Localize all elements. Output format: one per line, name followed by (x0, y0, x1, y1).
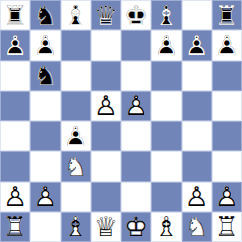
piece-outline-glyph: ♗ (64, 2, 88, 29)
piece-outline-glyph: ♙ (33, 32, 57, 59)
square-c4[interactable]: ♟♙ (61, 121, 91, 151)
square-e1[interactable]: ♚♔ (121, 212, 151, 242)
piece-white-rook[interactable]: ♜♖ (0, 212, 30, 242)
square-d8[interactable]: ♛♕ (91, 0, 121, 30)
square-h6[interactable] (212, 61, 242, 91)
square-h7[interactable]: ♟♙ (212, 30, 242, 60)
square-d1[interactable]: ♛♕ (91, 212, 121, 242)
square-g1[interactable]: ♞♘ (182, 212, 212, 242)
piece-outline-glyph: ♔ (124, 2, 148, 29)
square-c7[interactable] (61, 30, 91, 60)
chess-board: ♜♖♞♘♝♗♛♕♚♔♝♗♜♖♟♙♟♙♟♙♟♙♟♙♞♘♟♙♟♙♟♙♞♘♟♙♟♙♟♙… (0, 0, 242, 242)
square-g6[interactable] (182, 61, 212, 91)
piece-black-pawn[interactable]: ♟♙ (0, 30, 30, 60)
square-e6[interactable] (121, 61, 151, 91)
piece-white-pawn[interactable]: ♟♙ (91, 91, 121, 121)
piece-outline-glyph: ♘ (33, 2, 57, 29)
square-a6[interactable] (0, 61, 30, 91)
piece-outline-glyph: ♗ (154, 213, 178, 240)
square-g4[interactable] (182, 121, 212, 151)
piece-white-pawn[interactable]: ♟♙ (182, 182, 212, 212)
square-g8[interactable] (182, 0, 212, 30)
square-c5[interactable] (61, 91, 91, 121)
square-h4[interactable] (212, 121, 242, 151)
square-g7[interactable]: ♟♙ (182, 30, 212, 60)
square-f2[interactable] (151, 182, 181, 212)
square-b5[interactable] (30, 91, 60, 121)
square-e8[interactable]: ♚♔ (121, 0, 151, 30)
piece-outline-glyph: ♖ (215, 2, 239, 29)
piece-outline-glyph: ♘ (185, 213, 209, 240)
square-d4[interactable] (91, 121, 121, 151)
square-e5[interactable]: ♟♙ (121, 91, 151, 121)
piece-black-bishop[interactable]: ♝♗ (151, 0, 181, 30)
piece-outline-glyph: ♗ (64, 213, 88, 240)
piece-outline-glyph: ♖ (3, 2, 27, 29)
piece-outline-glyph: ♖ (3, 213, 27, 240)
square-h3[interactable] (212, 151, 242, 181)
square-g2[interactable]: ♟♙ (182, 182, 212, 212)
piece-black-pawn[interactable]: ♟♙ (212, 30, 242, 60)
piece-black-pawn[interactable]: ♟♙ (61, 121, 91, 151)
square-e4[interactable] (121, 121, 151, 151)
piece-black-knight[interactable]: ♞♘ (30, 0, 60, 30)
piece-black-pawn[interactable]: ♟♙ (182, 30, 212, 60)
piece-white-bishop[interactable]: ♝♗ (151, 212, 181, 242)
piece-outline-glyph: ♙ (185, 183, 209, 210)
square-g3[interactable] (182, 151, 212, 181)
square-d3[interactable] (91, 151, 121, 181)
square-a7[interactable]: ♟♙ (0, 30, 30, 60)
square-b8[interactable]: ♞♘ (30, 0, 60, 30)
square-f7[interactable]: ♟♙ (151, 30, 181, 60)
piece-outline-glyph: ♕ (94, 2, 118, 29)
square-b3[interactable] (30, 151, 60, 181)
square-b6[interactable]: ♞♘ (30, 61, 60, 91)
square-b1[interactable] (30, 212, 60, 242)
piece-outline-glyph: ♙ (185, 32, 209, 59)
square-a4[interactable] (0, 121, 30, 151)
square-b7[interactable]: ♟♙ (30, 30, 60, 60)
piece-outline-glyph: ♕ (94, 213, 118, 240)
square-e3[interactable] (121, 151, 151, 181)
piece-black-knight[interactable]: ♞♘ (30, 61, 60, 91)
square-h1[interactable]: ♜♖ (212, 212, 242, 242)
square-f1[interactable]: ♝♗ (151, 212, 181, 242)
square-e2[interactable] (121, 182, 151, 212)
piece-white-knight[interactable]: ♞♘ (182, 212, 212, 242)
square-f5[interactable] (151, 91, 181, 121)
piece-black-bishop[interactable]: ♝♗ (61, 0, 91, 30)
square-a2[interactable]: ♟♙ (0, 182, 30, 212)
piece-black-pawn[interactable]: ♟♙ (30, 30, 60, 60)
piece-white-pawn[interactable]: ♟♙ (121, 91, 151, 121)
piece-outline-glyph: ♙ (154, 32, 178, 59)
piece-outline-glyph: ♖ (215, 213, 239, 240)
piece-outline-glyph: ♙ (215, 32, 239, 59)
square-b2[interactable]: ♟♙ (30, 182, 60, 212)
piece-black-pawn[interactable]: ♟♙ (151, 30, 181, 60)
square-f6[interactable] (151, 61, 181, 91)
square-a8[interactable]: ♜♖ (0, 0, 30, 30)
piece-outline-glyph: ♔ (124, 213, 148, 240)
piece-outline-glyph: ♙ (3, 32, 27, 59)
piece-white-king[interactable]: ♚♔ (121, 212, 151, 242)
square-g5[interactable] (182, 91, 212, 121)
piece-outline-glyph: ♘ (64, 153, 88, 180)
square-a5[interactable] (0, 91, 30, 121)
square-f8[interactable]: ♝♗ (151, 0, 181, 30)
square-d2[interactable] (91, 182, 121, 212)
square-c2[interactable] (61, 182, 91, 212)
square-f4[interactable] (151, 121, 181, 151)
square-c8[interactable]: ♝♗ (61, 0, 91, 30)
piece-white-bishop[interactable]: ♝♗ (61, 212, 91, 242)
piece-white-pawn[interactable]: ♟♙ (0, 182, 30, 212)
piece-outline-glyph: ♗ (154, 2, 178, 29)
square-d5[interactable]: ♟♙ (91, 91, 121, 121)
square-h2[interactable]: ♟♙ (212, 182, 242, 212)
square-c1[interactable]: ♝♗ (61, 212, 91, 242)
piece-white-knight[interactable]: ♞♘ (61, 151, 91, 181)
square-h5[interactable] (212, 91, 242, 121)
piece-outline-glyph: ♙ (3, 183, 27, 210)
square-d7[interactable] (91, 30, 121, 60)
square-f3[interactable] (151, 151, 181, 181)
piece-black-queen[interactable]: ♛♕ (91, 0, 121, 30)
piece-white-pawn[interactable]: ♟♙ (212, 182, 242, 212)
square-a1[interactable]: ♜♖ (0, 212, 30, 242)
square-e7[interactable] (121, 30, 151, 60)
piece-black-rook[interactable]: ♜♖ (0, 0, 30, 30)
piece-outline-glyph: ♙ (94, 92, 118, 119)
square-b4[interactable] (30, 121, 60, 151)
square-c6[interactable] (61, 61, 91, 91)
square-d6[interactable] (91, 61, 121, 91)
square-c3[interactable]: ♞♘ (61, 151, 91, 181)
piece-white-pawn[interactable]: ♟♙ (30, 182, 60, 212)
piece-white-rook[interactable]: ♜♖ (212, 212, 242, 242)
piece-outline-glyph: ♙ (215, 183, 239, 210)
piece-outline-glyph: ♙ (64, 123, 88, 150)
piece-outline-glyph: ♙ (33, 183, 57, 210)
piece-black-king[interactable]: ♚♔ (121, 0, 151, 30)
piece-outline-glyph: ♘ (33, 62, 57, 89)
square-a3[interactable] (0, 151, 30, 181)
piece-outline-glyph: ♙ (124, 92, 148, 119)
piece-white-queen[interactable]: ♛♕ (91, 212, 121, 242)
square-h8[interactable]: ♜♖ (212, 0, 242, 30)
piece-black-rook[interactable]: ♜♖ (212, 0, 242, 30)
